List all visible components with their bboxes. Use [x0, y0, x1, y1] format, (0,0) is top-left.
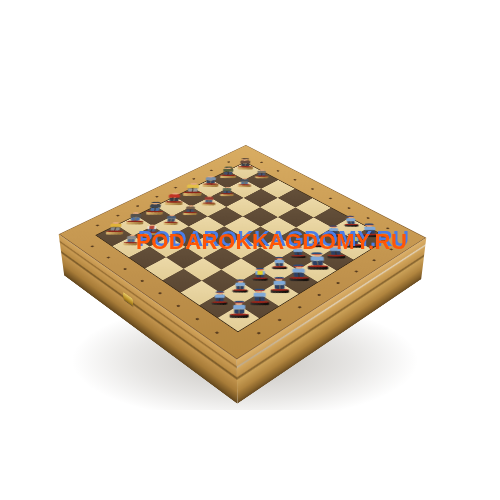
- frame-dot: [176, 304, 181, 307]
- frame-dot: [116, 214, 120, 216]
- watermark-text: PODAROKKAGDOMY.RU: [136, 229, 407, 255]
- frame-dot: [354, 270, 358, 273]
- frame-dot: [372, 259, 376, 262]
- frame-dot: [140, 279, 145, 282]
- frame-dot: [336, 281, 341, 284]
- frame-dot: [366, 216, 370, 218]
- frame-dot: [311, 188, 315, 190]
- frame-dot: [277, 318, 282, 321]
- brass-clasp-icon: [123, 292, 133, 307]
- frame-dot: [158, 291, 163, 294]
- frame-dot: [329, 197, 333, 199]
- frame-dot: [210, 169, 214, 171]
- frame-dot: [192, 178, 196, 180]
- frame-dot: [106, 256, 110, 259]
- frame-dot: [90, 245, 94, 247]
- frame-dot: [260, 161, 264, 163]
- frame-dot: [276, 170, 280, 172]
- frame-dot: [215, 331, 220, 334]
- frame-dot: [293, 178, 297, 180]
- frame-dot: [96, 224, 100, 226]
- frame-dot: [123, 267, 127, 270]
- product-photo-scene: PODAROKKAGDOMY.RU: [0, 0, 500, 500]
- frame-dot: [136, 205, 140, 207]
- frame-dot: [195, 317, 200, 320]
- frame-dot: [297, 305, 302, 308]
- frame-dot: [174, 186, 178, 188]
- frame-dot: [256, 331, 261, 334]
- frame-dot: [347, 207, 351, 209]
- frame-dot: [317, 293, 322, 296]
- frame-dot: [155, 195, 159, 197]
- frame-dot: [227, 161, 231, 163]
